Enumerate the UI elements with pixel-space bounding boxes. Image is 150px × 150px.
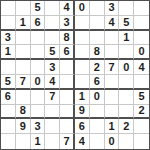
cell-r1c1[interactable]: 1 [16,16,31,31]
cell-r9c0[interactable] [1,134,16,149]
cell-r1c4[interactable]: 3 [60,16,75,31]
cell-r3c8[interactable] [119,45,134,60]
cell-r7c7[interactable] [105,105,120,120]
cell-r5c5[interactable] [75,75,90,90]
cell-r8c5[interactable]: 6 [75,119,90,134]
cell-r5c0[interactable]: 5 [1,75,16,90]
cell-r5c4[interactable] [60,75,75,90]
cell-r0c7[interactable]: 3 [105,1,120,16]
cell-r8c0[interactable] [1,119,16,134]
cell-r1c9[interactable] [134,16,149,31]
cell-r9c1[interactable] [16,134,31,149]
cell-r4c0[interactable] [1,60,16,75]
cell-r1c0[interactable] [1,16,16,31]
cell-r8c8[interactable]: 2 [119,119,134,134]
cell-r7c6[interactable] [90,105,105,120]
cell-r1c7[interactable]: 4 [105,16,120,31]
cell-r7c4[interactable] [60,105,75,120]
cell-r2c2[interactable] [31,31,46,46]
cell-r0c3[interactable] [45,1,60,16]
cell-r5c6[interactable]: 6 [90,75,105,90]
cell-r9c6[interactable] [90,134,105,149]
cell-r8c6[interactable] [90,119,105,134]
cell-r8c1[interactable]: 9 [16,119,31,134]
cell-r4c9[interactable]: 4 [134,60,149,75]
cell-r0c2[interactable]: 5 [31,1,46,16]
cell-r3c3[interactable]: 5 [45,45,60,60]
cell-r8c9[interactable] [134,119,149,134]
cell-r6c2[interactable] [31,90,46,105]
cell-r0c8[interactable] [119,1,134,16]
cell-r2c7[interactable] [105,31,120,46]
cell-r7c5[interactable]: 9 [75,105,90,120]
cell-r0c4[interactable]: 4 [60,1,75,16]
cell-r6c8[interactable] [119,90,134,105]
cell-r4c6[interactable]: 2 [90,60,105,75]
cell-r6c9[interactable]: 5 [134,90,149,105]
cell-r1c3[interactable] [45,16,60,31]
cell-r2c1[interactable] [16,31,31,46]
cell-r5c2[interactable]: 0 [31,75,46,90]
cell-r2c3[interactable] [45,31,60,46]
cell-r7c3[interactable] [45,105,60,120]
cell-r2c6[interactable] [90,31,105,46]
cell-r7c1[interactable]: 8 [16,105,31,120]
cell-r6c1[interactable] [16,90,31,105]
sudoku-board: 5403163453811568032704570466710589293612… [0,0,150,150]
cell-r3c6[interactable]: 8 [90,45,105,60]
cell-r0c1[interactable] [16,1,31,16]
cell-r3c5[interactable] [75,45,90,60]
cell-r3c1[interactable] [16,45,31,60]
cell-r1c5[interactable] [75,16,90,31]
cell-r2c8[interactable]: 1 [119,31,134,46]
cell-r4c2[interactable] [31,60,46,75]
cell-r7c8[interactable] [119,105,134,120]
cell-r8c2[interactable]: 3 [31,119,46,134]
cell-r6c5[interactable]: 1 [75,90,90,105]
cell-r5c9[interactable] [134,75,149,90]
cell-r0c0[interactable] [1,1,16,16]
cell-r3c2[interactable] [31,45,46,60]
cell-r2c0[interactable]: 3 [1,31,16,46]
cell-r1c6[interactable] [90,16,105,31]
cell-r3c4[interactable]: 6 [60,45,75,60]
cell-r4c7[interactable]: 7 [105,60,120,75]
cell-r2c9[interactable] [134,31,149,46]
cell-r0c5[interactable]: 0 [75,1,90,16]
cell-r3c9[interactable]: 0 [134,45,149,60]
cell-r6c0[interactable]: 6 [1,90,16,105]
cell-r5c3[interactable]: 4 [45,75,60,90]
cell-r9c5[interactable]: 4 [75,134,90,149]
cell-r4c4[interactable] [60,60,75,75]
cell-r5c7[interactable] [105,75,120,90]
cell-r6c7[interactable] [105,90,120,105]
cell-r9c3[interactable] [45,134,60,149]
cell-r0c9[interactable] [134,1,149,16]
cell-r5c1[interactable]: 7 [16,75,31,90]
cell-r0c6[interactable] [90,1,105,16]
cell-r9c2[interactable]: 1 [31,134,46,149]
cell-r4c1[interactable] [16,60,31,75]
cell-r6c4[interactable] [60,90,75,105]
cell-r2c4[interactable]: 8 [60,31,75,46]
cell-r9c9[interactable] [134,134,149,149]
cell-r2c5[interactable] [75,31,90,46]
cell-r6c3[interactable]: 7 [45,90,60,105]
cell-r9c4[interactable]: 7 [60,134,75,149]
cell-r1c8[interactable]: 5 [119,16,134,31]
cell-r5c8[interactable] [119,75,134,90]
cell-r9c8[interactable] [119,134,134,149]
cell-r8c7[interactable]: 1 [105,119,120,134]
cell-r7c9[interactable]: 2 [134,105,149,120]
cell-r7c2[interactable] [31,105,46,120]
cell-r3c7[interactable] [105,45,120,60]
cell-r8c3[interactable] [45,119,60,134]
cell-r8c4[interactable] [60,119,75,134]
cell-r6c6[interactable]: 0 [90,90,105,105]
cell-r7c0[interactable] [1,105,16,120]
cell-r4c5[interactable] [75,60,90,75]
cell-r4c8[interactable]: 0 [119,60,134,75]
cell-r4c3[interactable]: 3 [45,60,60,75]
cell-r9c7[interactable]: 0 [105,134,120,149]
cell-r1c2[interactable]: 6 [31,16,46,31]
cell-r3c0[interactable]: 1 [1,45,16,60]
